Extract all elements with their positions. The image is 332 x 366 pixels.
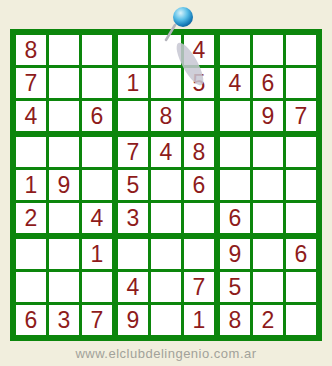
cell-r3c4[interactable]	[118, 101, 148, 131]
cell-r2c6[interactable]: 5	[184, 68, 214, 98]
cell-r5c5[interactable]	[151, 170, 181, 200]
cell-r2c3[interactable]	[82, 68, 112, 98]
cell-r5c2[interactable]: 9	[49, 170, 79, 200]
cell-r8c4[interactable]: 4	[118, 272, 148, 302]
cell-r7c1[interactable]	[16, 239, 46, 269]
cell-r2c1[interactable]: 7	[16, 68, 46, 98]
cell-r6c7[interactable]: 6	[220, 203, 250, 233]
cell-r1c3[interactable]	[82, 35, 112, 65]
cell-r7c8[interactable]	[253, 239, 283, 269]
cell-r1c7[interactable]	[220, 35, 250, 65]
cell-r3c8[interactable]: 9	[253, 101, 283, 131]
cell-r4c2[interactable]	[49, 137, 79, 167]
cell-r3c5[interactable]: 8	[151, 101, 181, 131]
cell-r8c8[interactable]	[253, 272, 283, 302]
cell-r3c1[interactable]: 4	[16, 101, 46, 131]
cell-r4c4[interactable]: 7	[118, 137, 148, 167]
cell-r7c6[interactable]	[184, 239, 214, 269]
cell-r5c7[interactable]	[220, 170, 250, 200]
site-url: www.elclubdelingenio.com.ar	[0, 346, 332, 361]
cell-r3c6[interactable]	[184, 101, 214, 131]
cell-r6c5[interactable]	[151, 203, 181, 233]
cell-r9c5[interactable]	[151, 305, 181, 335]
sudoku-board: 847154646897748195624361964756379182	[10, 29, 322, 341]
cell-r3c3[interactable]: 6	[82, 101, 112, 131]
cell-r3c9[interactable]: 7	[286, 101, 316, 131]
cell-r3c2[interactable]	[49, 101, 79, 131]
cell-r9c9[interactable]	[286, 305, 316, 335]
cell-r1c2[interactable]	[49, 35, 79, 65]
cell-r1c1[interactable]: 8	[16, 35, 46, 65]
cell-r2c9[interactable]	[286, 68, 316, 98]
cell-r2c8[interactable]: 6	[253, 68, 283, 98]
cell-r3c7[interactable]	[220, 101, 250, 131]
cell-r8c7[interactable]: 5	[220, 272, 250, 302]
cell-r2c5[interactable]	[151, 68, 181, 98]
pin-head-icon	[173, 7, 193, 27]
sudoku-page: 847154646897748195624361964756379182 www…	[0, 0, 332, 366]
cell-r4c3[interactable]	[82, 137, 112, 167]
cell-r9c2[interactable]: 3	[49, 305, 79, 335]
cell-r1c9[interactable]	[286, 35, 316, 65]
cell-r7c5[interactable]	[151, 239, 181, 269]
cell-r7c4[interactable]	[118, 239, 148, 269]
cell-r4c5[interactable]: 4	[151, 137, 181, 167]
cell-r6c4[interactable]: 3	[118, 203, 148, 233]
cell-r5c4[interactable]: 5	[118, 170, 148, 200]
cell-r6c3[interactable]: 4	[82, 203, 112, 233]
cell-r4c6[interactable]: 8	[184, 137, 214, 167]
cell-r1c8[interactable]	[253, 35, 283, 65]
cell-r9c1[interactable]: 6	[16, 305, 46, 335]
cell-r5c3[interactable]	[82, 170, 112, 200]
cell-r8c9[interactable]	[286, 272, 316, 302]
cell-r7c2[interactable]	[49, 239, 79, 269]
cell-r9c6[interactable]: 1	[184, 305, 214, 335]
cell-r6c9[interactable]	[286, 203, 316, 233]
cell-r8c5[interactable]	[151, 272, 181, 302]
cell-r2c2[interactable]	[49, 68, 79, 98]
cell-r5c9[interactable]	[286, 170, 316, 200]
cell-r8c6[interactable]: 7	[184, 272, 214, 302]
cell-r9c3[interactable]: 7	[82, 305, 112, 335]
cell-r4c9[interactable]	[286, 137, 316, 167]
cell-r7c9[interactable]: 6	[286, 239, 316, 269]
cell-r6c8[interactable]	[253, 203, 283, 233]
cell-r7c7[interactable]: 9	[220, 239, 250, 269]
cell-r6c2[interactable]	[49, 203, 79, 233]
cell-r4c1[interactable]	[16, 137, 46, 167]
cell-r9c4[interactable]: 9	[118, 305, 148, 335]
cell-r8c2[interactable]	[49, 272, 79, 302]
cell-r5c6[interactable]: 6	[184, 170, 214, 200]
cell-r4c8[interactable]	[253, 137, 283, 167]
cell-r5c1[interactable]: 1	[16, 170, 46, 200]
cell-r2c7[interactable]: 4	[220, 68, 250, 98]
cell-r8c1[interactable]	[16, 272, 46, 302]
cell-r1c5[interactable]	[151, 35, 181, 65]
cell-r4c7[interactable]	[220, 137, 250, 167]
cell-r9c8[interactable]: 2	[253, 305, 283, 335]
cell-r1c4[interactable]	[118, 35, 148, 65]
cell-r2c4[interactable]: 1	[118, 68, 148, 98]
cell-r7c3[interactable]: 1	[82, 239, 112, 269]
cell-r6c6[interactable]	[184, 203, 214, 233]
cell-r9c7[interactable]: 8	[220, 305, 250, 335]
cell-r6c1[interactable]: 2	[16, 203, 46, 233]
cell-r5c8[interactable]	[253, 170, 283, 200]
cell-r1c6[interactable]: 4	[184, 35, 214, 65]
cell-r8c3[interactable]	[82, 272, 112, 302]
